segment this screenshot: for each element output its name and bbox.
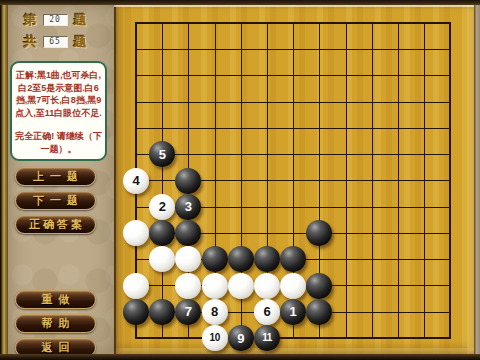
white-stone [228, 273, 254, 299]
move-number-label: 11 [262, 333, 272, 343]
prev-problem-button[interactable]: 上一题 [15, 167, 96, 186]
white-stone-move-8: 8 [202, 299, 228, 325]
black-stone [202, 246, 228, 272]
total-label-prefix: 共 [24, 35, 37, 49]
white-stone [175, 273, 201, 299]
total-label-suffix: 题 [74, 35, 87, 49]
app-window: 第 20 题 共 65 题 正解:黑1曲,也可杀白,白2至5是示意图.白6挡,黑… [0, 0, 480, 360]
move-number-label: 9 [237, 332, 244, 345]
move-number-label: 6 [263, 305, 270, 318]
black-stone-move-11: 11 [254, 325, 280, 351]
white-stone [280, 273, 306, 299]
move-number-label: 10 [210, 333, 220, 343]
total-number-display: 65 [43, 36, 68, 48]
solution-text: 正解:黑1曲,也可杀白,白2至5是示意图.白6挡,黑7可长,白8挡,黑9点入,至… [15, 69, 102, 119]
white-stone-move-10: 10 [202, 325, 228, 351]
black-stone [123, 299, 149, 325]
white-stone [123, 273, 149, 299]
black-stone [306, 273, 332, 299]
window-frame-top [0, 0, 480, 5]
goban-board[interactable]: 5423786110911 [114, 5, 474, 354]
white-stone [202, 273, 228, 299]
board-grid[interactable]: 5423786110911 [123, 10, 464, 351]
black-stone-move-9: 9 [228, 325, 254, 351]
control-panel: 第 20 题 共 65 题 正解:黑1曲,也可杀白,白2至5是示意图.白6挡,黑… [8, 4, 114, 354]
white-stone-move-2: 2 [149, 194, 175, 220]
white-stone [254, 273, 280, 299]
move-number-label: 3 [185, 200, 192, 213]
window-frame-right [474, 0, 480, 360]
correct-answer-button[interactable]: 正确答案 [15, 215, 96, 234]
move-number-label: 7 [185, 305, 192, 318]
move-number-label: 8 [211, 305, 218, 318]
help-button[interactable]: 帮助 [15, 314, 96, 333]
redo-button[interactable]: 重做 [15, 290, 96, 309]
black-stone [175, 168, 201, 194]
problem-number-row: 第 20 题 [8, 13, 114, 27]
black-stone [149, 299, 175, 325]
problem-label-prefix: 第 [24, 13, 37, 27]
window-frame-left [0, 0, 8, 360]
white-stone-move-4: 4 [123, 168, 149, 194]
white-stone-move-6: 6 [254, 299, 280, 325]
move-number-label: 2 [159, 200, 166, 213]
black-stone-move-1: 1 [280, 299, 306, 325]
problem-label-suffix: 题 [74, 13, 87, 27]
move-number-label: 4 [132, 174, 139, 187]
window-frame-bottom [0, 354, 480, 360]
total-number-row: 共 65 题 [8, 35, 114, 49]
solution-box: 正解:黑1曲,也可杀白,白2至5是示意图.白6挡,黑7可长,白8挡,黑9点入,至… [10, 61, 107, 161]
next-problem-button[interactable]: 下一题 [15, 191, 96, 210]
result-text: 完全正确! 请继续（下一题）。 [15, 130, 102, 155]
problem-number-field[interactable]: 20 [43, 14, 68, 26]
move-number-label: 1 [290, 305, 297, 318]
move-number-label: 5 [159, 148, 166, 161]
